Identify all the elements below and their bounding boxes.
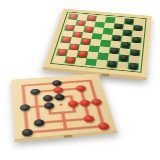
red-morris-piece-outer-bottom-right [97, 122, 110, 130]
product-photo-scene [0, 0, 160, 160]
black-morris-piece-inner-left [43, 102, 54, 109]
dark-green-checker-piece [107, 60, 117, 67]
checkers-grid [54, 14, 144, 71]
checkers-border-line [50, 12, 147, 73]
black-morris-piece-outer-bottom-left [21, 128, 32, 136]
black-morris-piece-middle-bottom-left [33, 119, 44, 127]
checkers-board-frame [43, 9, 152, 81]
red-morris-piece-middle-right [79, 99, 90, 106]
red-morris-piece-middle-top [52, 87, 63, 94]
checkers-board [43, 9, 152, 81]
black-morris-piece-middle-top-left [30, 88, 40, 95]
dark-green-checker-piece [128, 62, 138, 69]
black-morris-piece-outer-top [51, 80, 61, 86]
morris-board [11, 73, 117, 142]
red-morris-piece-middle-top-right [75, 85, 86, 92]
black-morris-piece-outer-left [19, 104, 30, 111]
morris-board-frame [11, 73, 117, 142]
black-morris-piece-inner-top-left [42, 94, 53, 101]
red-morris-piece-inner-right [67, 100, 78, 107]
black-morris-piece-inner-top [54, 94, 65, 101]
morris-lines [20, 79, 107, 135]
checkers-square-r7c7 [128, 62, 139, 70]
